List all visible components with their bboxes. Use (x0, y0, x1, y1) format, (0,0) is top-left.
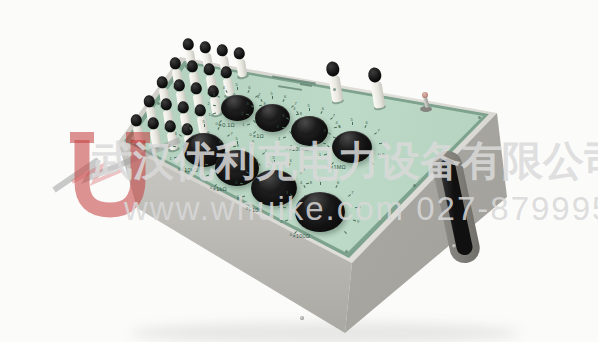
post-cap (194, 104, 207, 118)
dial-scale-number: 3 (282, 114, 284, 118)
dial-scale-number: 2 (208, 102, 210, 106)
panel-screw (157, 102, 160, 105)
post-cap (203, 63, 216, 77)
dial-scale-number: 4 (223, 86, 225, 90)
post-cap (130, 114, 143, 128)
panel-screw (478, 116, 481, 119)
dial-scale-number: 4 (187, 123, 189, 127)
knob-cap (297, 117, 318, 136)
dial-scale-number: 4 (335, 121, 337, 125)
dial-scale-number: 6 (322, 107, 324, 111)
dial-scale-number: 3 (246, 102, 248, 106)
panel-screw (333, 88, 336, 91)
watermark-company-text: 武汉优利克电力设备有限公司 (92, 134, 598, 189)
dial-scale-number: 5 (308, 104, 310, 108)
toggle-switch (417, 92, 435, 114)
product-photo: 0123456789×0.1Ω0123456789×1Ω0123456789×1… (0, 0, 598, 342)
dial-scale-number: 2 (277, 125, 279, 129)
post-cap (199, 41, 212, 55)
dial-tick (272, 96, 273, 99)
dial-tick (352, 122, 353, 125)
dial-scale-number: 6 (366, 121, 368, 125)
post-insulator (371, 81, 386, 108)
post-cap (173, 79, 186, 93)
dial-multiplier-label: ×100Ω (293, 233, 311, 239)
dial-scale-number: 7 (377, 129, 379, 133)
binding-post (232, 48, 250, 78)
dial-multiplier-label: ×0.1Ω (219, 122, 235, 128)
dial-scale-number: 1 (209, 113, 211, 117)
dial-scale-number: 7 (333, 114, 335, 118)
post-cap (367, 66, 382, 83)
dial-scale-number: 6 (248, 86, 250, 90)
post-cap (190, 82, 203, 96)
post-cap (169, 57, 182, 71)
post-cap (220, 66, 233, 80)
case-screw (452, 244, 456, 248)
post-cap (325, 60, 340, 77)
post-cap (216, 44, 229, 58)
dial-tick (237, 87, 238, 90)
post-cap (143, 95, 156, 109)
post-insulator (329, 75, 344, 102)
post-cap (233, 47, 246, 61)
dial-tick (204, 124, 205, 127)
post-cap (177, 101, 190, 115)
case-screw (300, 316, 304, 320)
post-cap (156, 76, 169, 90)
post-cap (186, 60, 199, 74)
dial-scale-number: 1 (242, 123, 244, 127)
dial-scale-number: 5 (271, 92, 273, 96)
dial-scale-number: 5 (236, 83, 238, 87)
dial-scale-number: 5 (351, 118, 353, 122)
drop-shadow (130, 322, 520, 342)
watermark-contact-text: www.whuike.com 027-87999528 (124, 190, 598, 228)
panel-screw (345, 250, 348, 253)
dial-scale-number: 5 (203, 120, 205, 124)
post-cap (182, 38, 195, 52)
post-cap (147, 117, 160, 131)
panel-screw (185, 65, 188, 68)
post-insulator (236, 59, 248, 78)
dial-scale-number: 3 (324, 129, 326, 133)
dial-scale-number: 2 (241, 112, 243, 116)
dial-scale-number: 3 (213, 93, 215, 97)
dial-scale-number: 4 (293, 107, 295, 111)
dial-scale-number: 6 (218, 123, 220, 127)
dial-tick (212, 104, 215, 105)
dial-scale-number: 6 (284, 95, 286, 99)
knob-cap (226, 96, 245, 113)
dial-scale-number: 8 (300, 112, 302, 116)
dial-scale-number: 4 (257, 95, 259, 99)
post-cap (160, 98, 173, 112)
toggle-tip (422, 92, 428, 98)
dial-tick (309, 108, 310, 111)
